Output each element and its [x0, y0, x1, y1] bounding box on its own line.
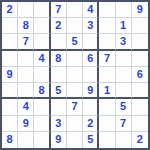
cell-r5c5[interactable]: [67, 67, 83, 83]
cell-r5c7[interactable]: [99, 67, 115, 83]
cell-r3c8[interactable]: 3: [116, 34, 132, 50]
cell-r5c8[interactable]: [116, 67, 132, 83]
cell-r8c4[interactable]: 3: [51, 116, 67, 132]
cell-r2c5[interactable]: [67, 18, 83, 34]
cell-r1c7[interactable]: [99, 2, 115, 18]
cell-r9c3[interactable]: [34, 132, 50, 148]
cell-r5c2[interactable]: [18, 67, 34, 83]
cell-r5c4[interactable]: [51, 67, 67, 83]
cell-r9c1[interactable]: 8: [2, 132, 18, 148]
cell-r1c8[interactable]: [116, 2, 132, 18]
cell-r1c5[interactable]: [67, 2, 83, 18]
cell-r6c4[interactable]: 5: [51, 83, 67, 99]
cell-r6c7[interactable]: 1: [99, 83, 115, 99]
cell-r1c1[interactable]: 2: [2, 2, 18, 18]
cell-r7c1[interactable]: [2, 99, 18, 115]
cell-r7c9[interactable]: [132, 99, 148, 115]
cell-r6c1[interactable]: [2, 83, 18, 99]
cell-r3c4[interactable]: [51, 34, 67, 50]
cell-r5c1[interactable]: 9: [2, 67, 18, 83]
cell-r5c6[interactable]: [83, 67, 99, 83]
cell-r7c6[interactable]: [83, 99, 99, 115]
cell-r8c8[interactable]: 7: [116, 116, 132, 132]
cell-r3c7[interactable]: [99, 34, 115, 50]
cell-r9c8[interactable]: [116, 132, 132, 148]
cell-r4c6[interactable]: 6: [83, 51, 99, 67]
cell-r4c4[interactable]: 8: [51, 51, 67, 67]
cell-r6c8[interactable]: [116, 83, 132, 99]
cell-r5c9[interactable]: 6: [132, 67, 148, 83]
cell-r4c7[interactable]: 7: [99, 51, 115, 67]
cell-r8c5[interactable]: [67, 116, 83, 132]
cell-r9c6[interactable]: 5: [83, 132, 99, 148]
cell-r4c5[interactable]: [67, 51, 83, 67]
cell-r3c1[interactable]: [2, 34, 18, 50]
cell-r6c6[interactable]: 9: [83, 83, 99, 99]
cell-r1c9[interactable]: 9: [132, 2, 148, 18]
cell-r9c5[interactable]: [67, 132, 83, 148]
cell-r1c2[interactable]: [18, 2, 34, 18]
cell-r4c2[interactable]: [18, 51, 34, 67]
cell-r7c3[interactable]: [34, 99, 50, 115]
cell-r9c4[interactable]: 9: [51, 132, 67, 148]
cell-r1c6[interactable]: 4: [83, 2, 99, 18]
cell-r8c7[interactable]: [99, 116, 115, 132]
cell-r8c1[interactable]: [2, 116, 18, 132]
cell-r7c4[interactable]: [51, 99, 67, 115]
cell-r2c9[interactable]: [132, 18, 148, 34]
cell-r9c2[interactable]: [18, 132, 34, 148]
cell-r7c7[interactable]: [99, 99, 115, 115]
cell-r4c1[interactable]: [2, 51, 18, 67]
cell-r3c9[interactable]: [132, 34, 148, 50]
cell-r2c3[interactable]: [34, 18, 50, 34]
cell-r4c9[interactable]: [132, 51, 148, 67]
cell-r1c3[interactable]: [34, 2, 50, 18]
cell-r4c8[interactable]: [116, 51, 132, 67]
cell-r3c6[interactable]: [83, 34, 99, 50]
cell-r8c3[interactable]: [34, 116, 50, 132]
cell-r2c8[interactable]: 1: [116, 18, 132, 34]
cell-r9c9[interactable]: 2: [132, 132, 148, 148]
cell-r4c3[interactable]: 4: [34, 51, 50, 67]
cell-r1c4[interactable]: 7: [51, 2, 67, 18]
cell-r2c6[interactable]: 3: [83, 18, 99, 34]
cell-r7c2[interactable]: 4: [18, 99, 34, 115]
cell-r2c2[interactable]: 8: [18, 18, 34, 34]
sudoku-board: 27498231753486796859147593278952: [0, 0, 150, 150]
cell-r7c8[interactable]: 5: [116, 99, 132, 115]
cell-r7c5[interactable]: 7: [67, 99, 83, 115]
cell-r6c3[interactable]: 8: [34, 83, 50, 99]
cell-r2c4[interactable]: 2: [51, 18, 67, 34]
cell-r9c7[interactable]: [99, 132, 115, 148]
cell-r2c7[interactable]: [99, 18, 115, 34]
cell-r2c1[interactable]: [2, 18, 18, 34]
cell-r3c2[interactable]: 7: [18, 34, 34, 50]
cell-r6c9[interactable]: [132, 83, 148, 99]
cell-r3c5[interactable]: 5: [67, 34, 83, 50]
cell-r8c2[interactable]: 9: [18, 116, 34, 132]
cell-r6c5[interactable]: [67, 83, 83, 99]
cell-r6c2[interactable]: [18, 83, 34, 99]
cell-r8c9[interactable]: [132, 116, 148, 132]
cell-r8c6[interactable]: 2: [83, 116, 99, 132]
cell-r5c3[interactable]: [34, 67, 50, 83]
cell-r3c3[interactable]: [34, 34, 50, 50]
